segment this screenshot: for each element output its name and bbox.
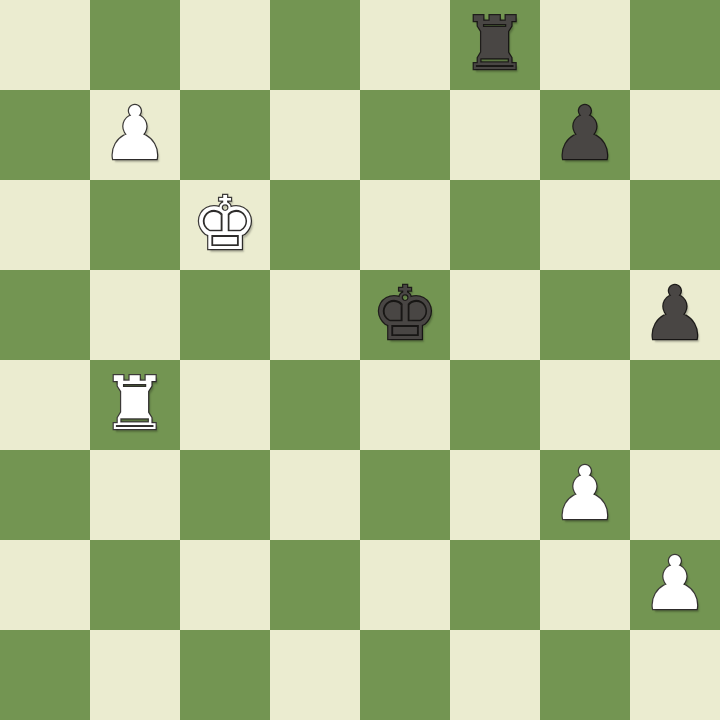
square-g8[interactable] [540,0,630,90]
square-e5[interactable]: ♚ [360,270,450,360]
white-rook[interactable]: ♜ [102,358,168,448]
square-d3[interactable] [270,450,360,540]
square-g4[interactable] [540,360,630,450]
white-king[interactable]: ♚ [192,178,258,268]
square-f4[interactable] [450,360,540,450]
square-h5[interactable]: ♟ [630,270,720,360]
square-a5[interactable] [0,270,90,360]
square-h6[interactable] [630,180,720,270]
square-g3[interactable]: ♟ [540,450,630,540]
square-h3[interactable] [630,450,720,540]
square-c4[interactable] [180,360,270,450]
square-g5[interactable] [540,270,630,360]
square-c5[interactable] [180,270,270,360]
black-king[interactable]: ♚ [372,268,438,358]
square-b3[interactable] [90,450,180,540]
square-d4[interactable] [270,360,360,450]
square-a3[interactable] [0,450,90,540]
square-a1[interactable] [0,630,90,720]
square-e7[interactable] [360,90,450,180]
square-e2[interactable] [360,540,450,630]
square-f6[interactable] [450,180,540,270]
square-b1[interactable] [90,630,180,720]
square-h4[interactable] [630,360,720,450]
square-a7[interactable] [0,90,90,180]
square-f2[interactable] [450,540,540,630]
square-b6[interactable] [90,180,180,270]
square-f7[interactable] [450,90,540,180]
square-h7[interactable] [630,90,720,180]
square-e3[interactable] [360,450,450,540]
square-c2[interactable] [180,540,270,630]
square-e4[interactable] [360,360,450,450]
square-d1[interactable] [270,630,360,720]
square-a4[interactable] [0,360,90,450]
square-h2[interactable]: ♟ [630,540,720,630]
square-b7[interactable]: ♟ [90,90,180,180]
square-d7[interactable] [270,90,360,180]
square-f3[interactable] [450,450,540,540]
square-b4[interactable]: ♜ [90,360,180,450]
square-c1[interactable] [180,630,270,720]
square-b8[interactable] [90,0,180,90]
square-d8[interactable] [270,0,360,90]
square-d2[interactable] [270,540,360,630]
square-b5[interactable] [90,270,180,360]
square-f5[interactable] [450,270,540,360]
square-c8[interactable] [180,0,270,90]
square-g6[interactable] [540,180,630,270]
square-d6[interactable] [270,180,360,270]
square-e8[interactable] [360,0,450,90]
square-c3[interactable] [180,450,270,540]
square-f1[interactable] [450,630,540,720]
black-pawn[interactable]: ♟ [642,268,708,358]
square-a6[interactable] [0,180,90,270]
square-c7[interactable] [180,90,270,180]
white-pawn[interactable]: ♟ [552,448,618,538]
square-c6[interactable]: ♚ [180,180,270,270]
square-e1[interactable] [360,630,450,720]
black-pawn[interactable]: ♟ [552,88,618,178]
square-d5[interactable] [270,270,360,360]
square-h8[interactable] [630,0,720,90]
square-h1[interactable] [630,630,720,720]
square-e6[interactable] [360,180,450,270]
white-pawn[interactable]: ♟ [642,538,708,628]
square-a8[interactable] [0,0,90,90]
white-pawn[interactable]: ♟ [102,88,168,178]
chess-board: ♜♟♟♚♚♟♜♟♟ [0,0,720,720]
square-g2[interactable] [540,540,630,630]
black-rook[interactable]: ♜ [462,0,528,88]
square-a2[interactable] [0,540,90,630]
square-f8[interactable]: ♜ [450,0,540,90]
square-g1[interactable] [540,630,630,720]
square-g7[interactable]: ♟ [540,90,630,180]
square-b2[interactable] [90,540,180,630]
